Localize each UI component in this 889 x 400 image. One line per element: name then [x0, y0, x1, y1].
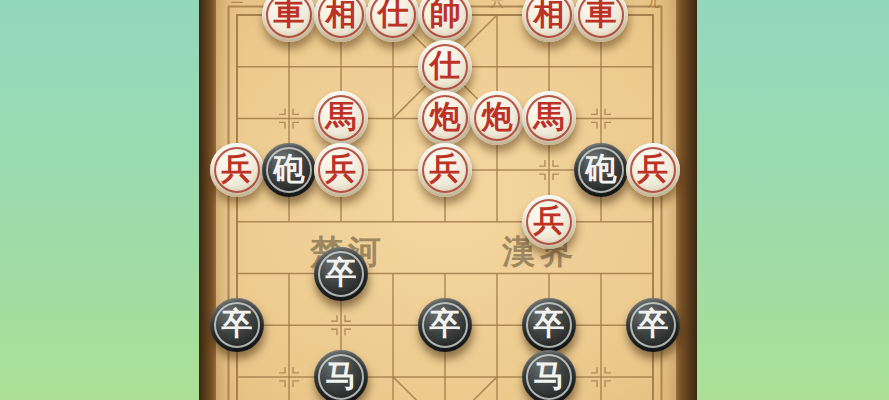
- piece-red-general[interactable]: 帥: [418, 0, 472, 42]
- piece-red-chariot[interactable]: 車: [574, 0, 628, 42]
- piece-black-soldier[interactable]: 卒: [418, 298, 472, 352]
- piece-black-horse[interactable]: 马: [314, 350, 368, 400]
- piece-glyph: 卒: [314, 246, 368, 300]
- piece-glyph: 兵: [626, 142, 680, 196]
- piece-glyph: 相: [522, 0, 576, 41]
- piece-glyph: 卒: [522, 297, 576, 351]
- piece-glyph: 仕: [418, 39, 472, 93]
- piece-glyph: 炮: [418, 90, 472, 144]
- xiangqi-app: 楚河 漢界 一二三四五六七八九 車相仕帥相車仕馬炮炮馬兵砲兵兵砲兵兵卒卒卒卒卒马…: [0, 0, 889, 400]
- piece-red-soldier[interactable]: 兵: [626, 143, 680, 197]
- file-label-top-1: 一: [226, 0, 248, 10]
- piece-glyph: 卒: [418, 297, 472, 351]
- piece-black-horse[interactable]: 马: [522, 350, 576, 400]
- piece-glyph: 相: [314, 0, 368, 41]
- piece-glyph: 砲: [262, 142, 316, 196]
- piece-red-soldier[interactable]: 兵: [418, 143, 472, 197]
- piece-red-chariot[interactable]: 車: [262, 0, 316, 42]
- piece-red-elephant[interactable]: 相: [522, 0, 576, 42]
- piece-glyph: 卒: [210, 297, 264, 351]
- piece-glyph: 马: [522, 349, 576, 400]
- piece-glyph: 兵: [522, 194, 576, 248]
- file-label-top-9: 九: [642, 0, 664, 10]
- piece-glyph: 马: [314, 349, 368, 400]
- piece-red-cannon[interactable]: 炮: [418, 91, 472, 145]
- piece-glyph: 兵: [210, 142, 264, 196]
- piece-black-soldier[interactable]: 卒: [210, 298, 264, 352]
- piece-glyph: 車: [262, 0, 316, 41]
- piece-red-soldier[interactable]: 兵: [522, 195, 576, 249]
- piece-black-soldier[interactable]: 卒: [626, 298, 680, 352]
- piece-glyph: 馬: [314, 90, 368, 144]
- piece-glyph: 卒: [626, 297, 680, 351]
- piece-black-cannon[interactable]: 砲: [574, 143, 628, 197]
- piece-black-soldier[interactable]: 卒: [522, 298, 576, 352]
- piece-red-horse[interactable]: 馬: [522, 91, 576, 145]
- piece-glyph: 兵: [314, 142, 368, 196]
- piece-glyph: 帥: [418, 0, 472, 41]
- file-label-top-6: 六: [486, 0, 508, 10]
- piece-red-cannon[interactable]: 炮: [470, 91, 524, 145]
- piece-black-soldier[interactable]: 卒: [314, 247, 368, 301]
- piece-black-cannon[interactable]: 砲: [262, 143, 316, 197]
- piece-red-soldier[interactable]: 兵: [314, 143, 368, 197]
- piece-red-advisor[interactable]: 仕: [418, 40, 472, 94]
- piece-glyph: 砲: [574, 142, 628, 196]
- piece-glyph: 炮: [470, 90, 524, 144]
- piece-red-advisor[interactable]: 仕: [366, 0, 420, 42]
- piece-glyph: 仕: [366, 0, 420, 41]
- piece-glyph: 車: [574, 0, 628, 41]
- piece-glyph: 馬: [522, 90, 576, 144]
- piece-red-horse[interactable]: 馬: [314, 91, 368, 145]
- piece-red-elephant[interactable]: 相: [314, 0, 368, 42]
- piece-red-soldier[interactable]: 兵: [210, 143, 264, 197]
- piece-glyph: 兵: [418, 142, 472, 196]
